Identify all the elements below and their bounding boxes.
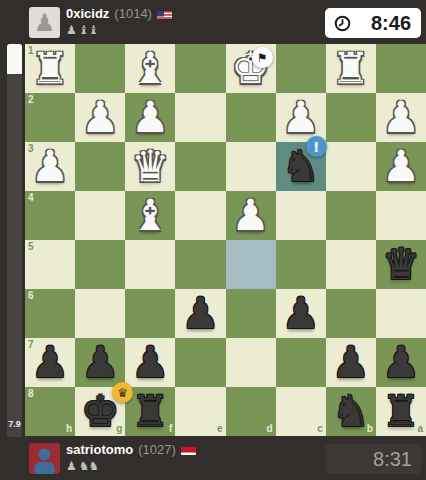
- piece-bQ-a5[interactable]: ♛: [382, 243, 421, 286]
- square-e7[interactable]: [175, 338, 225, 387]
- square-b6[interactable]: [326, 289, 376, 338]
- square-a2[interactable]: ♟: [376, 93, 426, 142]
- black-player-avatar[interactable]: [29, 443, 60, 474]
- square-f6[interactable]: [125, 289, 175, 338]
- eval-bar: [7, 44, 22, 437]
- square-e5[interactable]: [175, 240, 225, 289]
- square-d8[interactable]: d: [226, 387, 276, 436]
- game-screen: ♟ 0xicidz (1014) ♟ ♝♝: [0, 0, 426, 480]
- white-captured-pieces: ♟ ♝♝: [66, 23, 172, 38]
- black-captured-pieces: ♟ ♞♞: [66, 459, 196, 474]
- square-e2[interactable]: [175, 93, 225, 142]
- piece-bP-a7[interactable]: ♟: [382, 341, 421, 384]
- great-move-badge-icon: !: [306, 136, 327, 157]
- square-c3[interactable]: ♞!: [276, 142, 326, 191]
- square-c7[interactable]: [276, 338, 326, 387]
- piece-wP-f2[interactable]: ♟: [131, 96, 170, 139]
- square-a7[interactable]: ♟: [376, 338, 426, 387]
- piece-bP-e6[interactable]: ♟: [181, 292, 220, 335]
- square-g4[interactable]: [75, 191, 125, 240]
- square-h4[interactable]: 4: [25, 191, 75, 240]
- eval-white-segment: [7, 44, 22, 74]
- piece-wP-a2[interactable]: ♟: [382, 96, 421, 139]
- square-c6[interactable]: ♟: [276, 289, 326, 338]
- black-player-name[interactable]: satriotomo: [66, 442, 133, 457]
- square-a6[interactable]: [376, 289, 426, 338]
- square-c2[interactable]: ♟: [276, 93, 326, 142]
- square-g2[interactable]: ♟: [75, 93, 125, 142]
- square-b7[interactable]: ♟: [326, 338, 376, 387]
- square-f4[interactable]: ♝: [125, 191, 175, 240]
- square-g8[interactable]: g♚♛: [75, 387, 125, 436]
- square-e1[interactable]: [175, 44, 225, 93]
- piece-wP-h3[interactable]: ♟: [31, 145, 70, 188]
- file-label-h: h: [66, 424, 72, 434]
- square-b2[interactable]: [326, 93, 376, 142]
- square-d1[interactable]: ♚⚑: [226, 44, 276, 93]
- square-c1[interactable]: [276, 44, 326, 93]
- square-a4[interactable]: [376, 191, 426, 240]
- piece-wR-h1[interactable]: ♜: [31, 47, 70, 90]
- black-clock-time: 8:31: [373, 448, 412, 471]
- piece-bN-b8[interactable]: ♞: [332, 390, 371, 433]
- rank-label-6: 6: [28, 291, 34, 301]
- file-label-e: e: [217, 424, 223, 434]
- piece-wR-b1[interactable]: ♜: [332, 47, 371, 90]
- square-a5[interactable]: ♛: [376, 240, 426, 289]
- white-player-avatar[interactable]: ♟: [29, 7, 60, 38]
- white-player-info: 0xicidz (1014) ♟ ♝♝: [66, 5, 172, 38]
- square-h6[interactable]: 6: [25, 289, 75, 338]
- square-c5[interactable]: [276, 240, 326, 289]
- rank-label-8: 8: [28, 389, 34, 399]
- piece-wP-c2[interactable]: ♟: [281, 96, 320, 139]
- us-flag-icon: [157, 8, 172, 19]
- square-a8[interactable]: a♜: [376, 387, 426, 436]
- top-player-bar: ♟ 0xicidz (1014) ♟ ♝♝: [0, 0, 426, 44]
- piece-bP-c6[interactable]: ♟: [281, 292, 320, 335]
- square-e4[interactable]: [175, 191, 225, 240]
- square-a1[interactable]: [376, 44, 426, 93]
- square-g5[interactable]: [75, 240, 125, 289]
- square-d2[interactable]: [226, 93, 276, 142]
- square-f3[interactable]: ♛: [125, 142, 175, 191]
- black-player-rating: (1027): [138, 442, 176, 457]
- piece-wB-f1[interactable]: ♝: [131, 47, 170, 90]
- piece-wP-d4[interactable]: ♟: [231, 194, 270, 237]
- rank-label-5: 5: [28, 242, 34, 252]
- rank-label-4: 4: [28, 193, 34, 203]
- piece-wP-g2[interactable]: ♟: [81, 96, 120, 139]
- square-g6[interactable]: [75, 289, 125, 338]
- square-d6[interactable]: [226, 289, 276, 338]
- piece-bP-h7[interactable]: ♟: [31, 341, 70, 384]
- square-g3[interactable]: [75, 142, 125, 191]
- piece-wP-a3[interactable]: ♟: [382, 145, 421, 188]
- indonesia-flag-icon: [181, 444, 196, 455]
- square-c4[interactable]: [276, 191, 326, 240]
- square-d3[interactable]: [226, 142, 276, 191]
- piece-wQ-f3[interactable]: ♛: [131, 145, 170, 188]
- square-b3[interactable]: [326, 142, 376, 191]
- square-f1[interactable]: ♝: [125, 44, 175, 93]
- square-b8[interactable]: b♞: [326, 387, 376, 436]
- square-b1[interactable]: ♜: [326, 44, 376, 93]
- piece-wB-f4[interactable]: ♝: [131, 194, 170, 237]
- rank-label-2: 2: [28, 95, 34, 105]
- piece-bP-b7[interactable]: ♟: [332, 341, 371, 384]
- square-f5[interactable]: [125, 240, 175, 289]
- file-label-d: d: [267, 424, 273, 434]
- square-f7[interactable]: ♟: [125, 338, 175, 387]
- square-h2[interactable]: 2: [25, 93, 75, 142]
- black-clock: 8:31: [325, 444, 422, 474]
- chess-board: 1♜♝♚⚑♜2♟♟♟♟3♟♛♞!♟4♝♟5♛6♟♟7♟♟♟♟♟8hg♚♛f♜ed…: [25, 44, 426, 436]
- square-h5[interactable]: 5: [25, 240, 75, 289]
- square-e8[interactable]: e: [175, 387, 225, 436]
- resign-flag-badge-icon: ⚑: [252, 47, 273, 68]
- square-g1[interactable]: [75, 44, 125, 93]
- square-d4[interactable]: ♟: [226, 191, 276, 240]
- square-d7[interactable]: [226, 338, 276, 387]
- square-h8[interactable]: 8h: [25, 387, 75, 436]
- square-h7[interactable]: 7♟: [25, 338, 75, 387]
- white-player-rating: (1014): [114, 6, 152, 21]
- square-b5[interactable]: [326, 240, 376, 289]
- white-clock: 8:46: [325, 8, 421, 38]
- square-g7[interactable]: ♟: [75, 338, 125, 387]
- square-e3[interactable]: [175, 142, 225, 191]
- piece-bP-g7[interactable]: ♟: [81, 341, 120, 384]
- bottom-player-bar: satriotomo (1027) ♟ ♞♞ 8:31: [0, 436, 426, 480]
- square-b4[interactable]: [326, 191, 376, 240]
- piece-bR-a8[interactable]: ♜: [382, 390, 421, 433]
- square-a3[interactable]: ♟: [376, 142, 426, 191]
- square-e6[interactable]: ♟: [175, 289, 225, 338]
- piece-bR-f8[interactable]: ♜: [131, 390, 170, 433]
- clock-icon: [334, 15, 351, 32]
- square-d5[interactable]: [226, 240, 276, 289]
- white-clock-time: 8:46: [371, 12, 411, 35]
- square-h1[interactable]: 1♜: [25, 44, 75, 93]
- square-f2[interactable]: ♟: [125, 93, 175, 142]
- piece-bP-f7[interactable]: ♟: [131, 341, 170, 384]
- black-player-info: satriotomo (1027) ♟ ♞♞: [66, 441, 196, 474]
- square-h3[interactable]: 3♟: [25, 142, 75, 191]
- file-label-c: c: [317, 424, 323, 434]
- square-c8[interactable]: c: [276, 387, 326, 436]
- white-player-name[interactable]: 0xicidz: [66, 6, 109, 21]
